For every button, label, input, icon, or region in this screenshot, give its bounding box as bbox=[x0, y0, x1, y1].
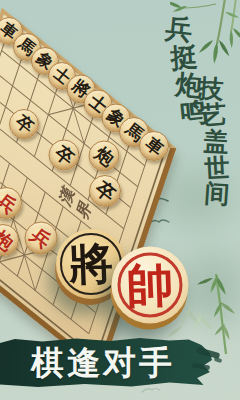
piece-char: 將 bbox=[68, 241, 114, 287]
calligraphy-char: 技 bbox=[198, 76, 225, 103]
board-piece: 卒 bbox=[49, 140, 80, 171]
board-piece: 卒 bbox=[89, 175, 121, 207]
board-piece: 兵 bbox=[25, 222, 58, 255]
promo-screen: 漢 界 車 馬 象 士 將 士 象 馬 車 卒 卒 炮 卒 兵 炮 兵 將 帥 … bbox=[0, 0, 240, 400]
piece-char: 車 bbox=[142, 134, 166, 158]
red-general-piece: 帥 bbox=[112, 247, 189, 324]
piece-char: 兵 bbox=[0, 190, 19, 217]
piece-char: 卒 bbox=[12, 112, 36, 136]
calligraphy-char: 艺 bbox=[200, 101, 227, 128]
calligraphy-char: 间 bbox=[204, 181, 231, 208]
slogan-text: 棋逢对手 bbox=[0, 341, 175, 386]
piece-char: 炮 bbox=[91, 143, 116, 168]
piece-char: 卒 bbox=[92, 178, 119, 205]
board-piece: 卒 bbox=[9, 109, 39, 139]
board-piece: 車 bbox=[139, 131, 169, 161]
slogan-banner: 棋逢对手 bbox=[0, 338, 212, 388]
calligraphy-char: 盖 bbox=[203, 129, 229, 155]
piece-char: 炮 bbox=[0, 227, 16, 254]
calligraphy-char: 世 bbox=[204, 155, 230, 181]
piece-char: 卒 bbox=[51, 142, 76, 167]
brush-streak bbox=[214, 357, 223, 363]
calligraphy-char: 挺 bbox=[170, 43, 199, 72]
calligraphy-char: 兵 bbox=[164, 14, 194, 44]
piece-char: 兵 bbox=[28, 225, 55, 252]
board-piece: 炮 bbox=[89, 141, 120, 172]
piece-char: 帥 bbox=[126, 261, 175, 310]
